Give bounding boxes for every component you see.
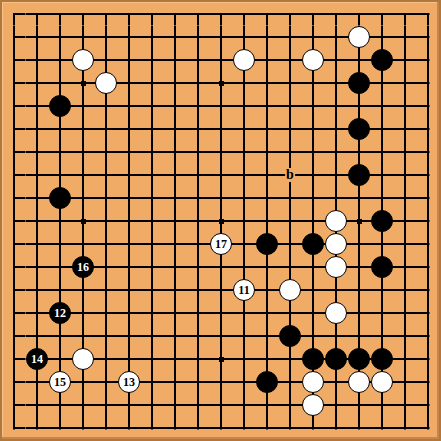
board-intersection[interactable] — [279, 49, 302, 72]
board-intersection[interactable] — [233, 325, 256, 348]
board-intersection[interactable] — [233, 26, 256, 49]
board-intersection[interactable] — [394, 394, 417, 417]
board-intersection[interactable] — [394, 325, 417, 348]
board-intersection[interactable] — [325, 187, 348, 210]
board-intersection[interactable] — [371, 394, 394, 417]
board-intersection[interactable] — [187, 371, 210, 394]
board-intersection[interactable] — [417, 141, 440, 164]
board-intersection[interactable] — [210, 417, 233, 440]
board-intersection[interactable] — [210, 302, 233, 325]
board-intersection[interactable] — [394, 72, 417, 95]
board-intersection[interactable] — [187, 141, 210, 164]
board-intersection[interactable] — [233, 3, 256, 26]
board-intersection[interactable] — [279, 233, 302, 256]
board-intersection[interactable] — [49, 279, 72, 302]
board-intersection[interactable] — [3, 302, 26, 325]
board-intersection[interactable] — [348, 95, 371, 118]
board-intersection[interactable] — [256, 256, 279, 279]
board-intersection[interactable] — [72, 302, 95, 325]
board-intersection[interactable] — [256, 233, 279, 256]
board-intersection[interactable] — [72, 210, 95, 233]
board-intersection[interactable] — [256, 187, 279, 210]
board-intersection[interactable] — [187, 26, 210, 49]
board-intersection[interactable]: 12 — [49, 302, 72, 325]
board-intersection[interactable] — [371, 72, 394, 95]
board-intersection[interactable] — [256, 279, 279, 302]
board-intersection[interactable] — [325, 141, 348, 164]
board-intersection[interactable] — [26, 141, 49, 164]
board-intersection[interactable] — [256, 394, 279, 417]
board-intersection[interactable] — [164, 3, 187, 26]
board-intersection[interactable] — [118, 72, 141, 95]
board-intersection[interactable] — [348, 141, 371, 164]
board-intersection[interactable] — [256, 95, 279, 118]
board-intersection[interactable] — [3, 325, 26, 348]
board-intersection[interactable] — [118, 417, 141, 440]
board-intersection[interactable] — [325, 26, 348, 49]
board-intersection[interactable] — [348, 49, 371, 72]
board-intersection[interactable] — [26, 279, 49, 302]
board-intersection[interactable] — [325, 95, 348, 118]
board-intersection[interactable] — [417, 279, 440, 302]
board-intersection[interactable] — [302, 141, 325, 164]
board-intersection[interactable] — [256, 26, 279, 49]
board-intersection[interactable] — [371, 49, 394, 72]
board-intersection[interactable] — [279, 3, 302, 26]
board-intersection[interactable] — [141, 118, 164, 141]
board-intersection[interactable] — [95, 210, 118, 233]
board-intersection[interactable] — [3, 3, 26, 26]
board-intersection[interactable] — [72, 187, 95, 210]
board-intersection[interactable] — [279, 348, 302, 371]
board-intersection[interactable] — [72, 233, 95, 256]
board-intersection[interactable] — [3, 141, 26, 164]
board-intersection[interactable] — [95, 302, 118, 325]
board-intersection[interactable] — [26, 210, 49, 233]
board-intersection[interactable] — [279, 141, 302, 164]
board-intersection[interactable] — [95, 325, 118, 348]
board-intersection[interactable] — [210, 325, 233, 348]
board-intersection[interactable] — [95, 164, 118, 187]
board-intersection[interactable] — [256, 325, 279, 348]
board-intersection[interactable] — [348, 233, 371, 256]
board-intersection[interactable] — [279, 256, 302, 279]
board-intersection[interactable] — [394, 371, 417, 394]
board-intersection[interactable] — [141, 26, 164, 49]
board-intersection[interactable] — [371, 233, 394, 256]
board-intersection[interactable] — [417, 302, 440, 325]
board-intersection[interactable] — [210, 348, 233, 371]
board-intersection[interactable] — [233, 187, 256, 210]
board-intersection[interactable] — [302, 72, 325, 95]
board-intersection[interactable] — [164, 256, 187, 279]
board-intersection[interactable] — [164, 302, 187, 325]
board-intersection[interactable] — [371, 95, 394, 118]
board-intersection[interactable] — [3, 371, 26, 394]
board-intersection[interactable] — [417, 371, 440, 394]
board-intersection[interactable] — [302, 49, 325, 72]
board-intersection[interactable] — [348, 394, 371, 417]
board-intersection[interactable] — [164, 233, 187, 256]
board-intersection[interactable] — [72, 3, 95, 26]
board-intersection[interactable] — [302, 164, 325, 187]
board-intersection[interactable] — [141, 95, 164, 118]
board-intersection[interactable] — [279, 72, 302, 95]
board-intersection[interactable] — [95, 49, 118, 72]
board-intersection[interactable] — [95, 256, 118, 279]
board-intersection[interactable] — [348, 256, 371, 279]
board-intersection[interactable] — [26, 256, 49, 279]
board-intersection[interactable] — [3, 279, 26, 302]
board-intersection[interactable] — [164, 279, 187, 302]
board-intersection[interactable] — [417, 26, 440, 49]
board-intersection[interactable] — [49, 141, 72, 164]
board-intersection[interactable] — [256, 348, 279, 371]
board-intersection[interactable] — [394, 3, 417, 26]
board-intersection[interactable] — [233, 210, 256, 233]
board-intersection[interactable] — [325, 3, 348, 26]
board-intersection[interactable] — [3, 394, 26, 417]
board-intersection[interactable] — [118, 348, 141, 371]
board-intersection[interactable] — [371, 348, 394, 371]
board-intersection[interactable] — [325, 256, 348, 279]
board-intersection[interactable] — [325, 394, 348, 417]
board-intersection[interactable] — [26, 371, 49, 394]
board-intersection[interactable] — [210, 72, 233, 95]
board-intersection[interactable] — [3, 256, 26, 279]
board-intersection[interactable] — [371, 3, 394, 26]
board-intersection[interactable] — [141, 210, 164, 233]
board-intersection[interactable] — [348, 302, 371, 325]
board-intersection[interactable] — [3, 95, 26, 118]
board-intersection[interactable] — [95, 3, 118, 26]
board-intersection[interactable] — [302, 210, 325, 233]
board-intersection[interactable] — [325, 279, 348, 302]
board-intersection[interactable] — [187, 256, 210, 279]
board-intersection[interactable]: 14 — [26, 348, 49, 371]
board-intersection[interactable] — [26, 164, 49, 187]
board-intersection[interactable] — [233, 141, 256, 164]
board-intersection[interactable] — [417, 72, 440, 95]
board-intersection[interactable] — [210, 394, 233, 417]
board-intersection[interactable] — [187, 348, 210, 371]
board-intersection[interactable] — [394, 141, 417, 164]
board-intersection[interactable] — [95, 95, 118, 118]
board-intersection[interactable] — [233, 417, 256, 440]
board-intersection[interactable] — [49, 26, 72, 49]
board-intersection[interactable] — [302, 3, 325, 26]
board-intersection[interactable] — [256, 3, 279, 26]
board-intersection[interactable] — [279, 95, 302, 118]
board-intersection[interactable] — [49, 3, 72, 26]
board-intersection[interactable] — [95, 118, 118, 141]
board-intersection[interactable] — [187, 118, 210, 141]
board-intersection[interactable] — [302, 394, 325, 417]
board-intersection[interactable] — [394, 302, 417, 325]
board-intersection[interactable] — [26, 325, 49, 348]
board-intersection[interactable] — [371, 279, 394, 302]
board-intersection[interactable] — [187, 302, 210, 325]
board-intersection[interactable] — [141, 3, 164, 26]
board-intersection[interactable] — [210, 371, 233, 394]
board-intersection[interactable] — [325, 325, 348, 348]
board-intersection[interactable] — [141, 49, 164, 72]
board-intersection[interactable] — [279, 210, 302, 233]
board-intersection[interactable] — [302, 325, 325, 348]
board-intersection[interactable] — [279, 26, 302, 49]
board-intersection[interactable] — [210, 3, 233, 26]
board-intersection[interactable] — [348, 164, 371, 187]
board-intersection[interactable] — [72, 26, 95, 49]
board-intersection[interactable] — [95, 141, 118, 164]
board-intersection[interactable] — [348, 26, 371, 49]
board-intersection[interactable] — [164, 187, 187, 210]
board-intersection[interactable] — [394, 187, 417, 210]
board-intersection[interactable] — [72, 417, 95, 440]
board-intersection[interactable] — [325, 233, 348, 256]
board-intersection[interactable] — [417, 325, 440, 348]
board-intersection[interactable] — [348, 187, 371, 210]
board-intersection[interactable] — [371, 141, 394, 164]
board-intersection[interactable] — [210, 187, 233, 210]
board-intersection[interactable] — [302, 256, 325, 279]
board-intersection[interactable] — [26, 302, 49, 325]
board-intersection[interactable] — [417, 210, 440, 233]
board-intersection[interactable] — [141, 348, 164, 371]
board-intersection[interactable] — [49, 210, 72, 233]
board-intersection[interactable] — [210, 49, 233, 72]
board-intersection[interactable] — [279, 187, 302, 210]
board-intersection[interactable] — [118, 302, 141, 325]
board-intersection[interactable] — [417, 164, 440, 187]
board-intersection[interactable] — [394, 256, 417, 279]
board-intersection[interactable] — [49, 72, 72, 95]
board-intersection[interactable] — [348, 210, 371, 233]
board-intersection[interactable] — [95, 348, 118, 371]
board-intersection[interactable] — [187, 72, 210, 95]
board-intersection[interactable] — [3, 118, 26, 141]
board-intersection[interactable] — [187, 394, 210, 417]
board-intersection[interactable] — [417, 187, 440, 210]
board-intersection[interactable] — [141, 72, 164, 95]
board-intersection[interactable] — [49, 164, 72, 187]
board-intersection[interactable] — [187, 210, 210, 233]
board-intersection[interactable] — [371, 417, 394, 440]
board-intersection[interactable]: 13 — [118, 371, 141, 394]
board-intersection[interactable] — [26, 72, 49, 95]
board-intersection[interactable] — [187, 187, 210, 210]
board-intersection[interactable]: b — [279, 164, 302, 187]
board-intersection[interactable] — [348, 118, 371, 141]
board-intersection[interactable] — [371, 187, 394, 210]
board-intersection[interactable] — [394, 233, 417, 256]
board-intersection[interactable] — [118, 210, 141, 233]
board-intersection[interactable]: 11 — [233, 279, 256, 302]
board-intersection[interactable] — [210, 118, 233, 141]
board-intersection[interactable] — [302, 371, 325, 394]
board-intersection[interactable] — [417, 49, 440, 72]
board-intersection[interactable] — [164, 210, 187, 233]
board-intersection[interactable] — [72, 118, 95, 141]
board-intersection[interactable] — [325, 164, 348, 187]
board-intersection[interactable] — [164, 164, 187, 187]
board-intersection[interactable] — [325, 417, 348, 440]
board-intersection[interactable] — [417, 256, 440, 279]
board-intersection[interactable] — [118, 141, 141, 164]
board-intersection[interactable] — [256, 72, 279, 95]
board-intersection[interactable] — [164, 325, 187, 348]
board-intersection[interactable] — [210, 279, 233, 302]
board-intersection[interactable] — [348, 417, 371, 440]
board-intersection[interactable] — [210, 141, 233, 164]
board-intersection[interactable] — [256, 49, 279, 72]
board-intersection[interactable] — [371, 256, 394, 279]
board-intersection[interactable] — [325, 302, 348, 325]
board-intersection[interactable] — [394, 49, 417, 72]
board-intersection[interactable] — [256, 417, 279, 440]
board-intersection[interactable] — [72, 394, 95, 417]
board-intersection[interactable] — [141, 279, 164, 302]
board-intersection[interactable] — [49, 325, 72, 348]
board-intersection[interactable] — [256, 141, 279, 164]
board-intersection[interactable] — [210, 26, 233, 49]
board-intersection[interactable] — [279, 118, 302, 141]
board-intersection[interactable] — [187, 3, 210, 26]
board-intersection[interactable] — [49, 118, 72, 141]
board-intersection[interactable] — [26, 49, 49, 72]
board-intersection[interactable] — [417, 394, 440, 417]
board-intersection[interactable] — [187, 417, 210, 440]
board-intersection[interactable] — [417, 348, 440, 371]
board-intersection[interactable] — [279, 325, 302, 348]
board-intersection[interactable] — [279, 279, 302, 302]
board-intersection[interactable] — [302, 233, 325, 256]
board-intersection[interactable] — [164, 394, 187, 417]
board-intersection[interactable] — [210, 256, 233, 279]
board-intersection[interactable] — [348, 348, 371, 371]
board-intersection[interactable] — [187, 279, 210, 302]
board-intersection[interactable] — [210, 164, 233, 187]
board-intersection[interactable] — [49, 187, 72, 210]
board-intersection[interactable] — [72, 164, 95, 187]
board-intersection[interactable] — [233, 394, 256, 417]
board-intersection[interactable] — [302, 279, 325, 302]
board-intersection[interactable] — [417, 118, 440, 141]
board-intersection[interactable] — [348, 325, 371, 348]
board-intersection[interactable] — [394, 417, 417, 440]
board-intersection[interactable] — [95, 72, 118, 95]
board-intersection[interactable] — [72, 49, 95, 72]
board-intersection[interactable] — [256, 210, 279, 233]
board-intersection[interactable] — [371, 26, 394, 49]
board-intersection[interactable] — [164, 348, 187, 371]
board-intersection[interactable] — [164, 49, 187, 72]
board-intersection[interactable] — [233, 95, 256, 118]
board-intersection[interactable] — [279, 394, 302, 417]
board-intersection[interactable] — [279, 371, 302, 394]
board-intersection[interactable] — [394, 164, 417, 187]
board-intersection[interactable] — [394, 210, 417, 233]
board-intersection[interactable] — [49, 417, 72, 440]
board-intersection[interactable] — [26, 394, 49, 417]
board-intersection[interactable] — [118, 256, 141, 279]
board-intersection[interactable] — [141, 164, 164, 187]
board-intersection[interactable] — [187, 95, 210, 118]
board-intersection[interactable] — [348, 279, 371, 302]
board-intersection[interactable] — [371, 210, 394, 233]
board-intersection[interactable] — [302, 187, 325, 210]
board-intersection[interactable] — [302, 26, 325, 49]
board-intersection[interactable]: 16 — [72, 256, 95, 279]
board-intersection[interactable] — [164, 118, 187, 141]
board-intersection[interactable] — [348, 371, 371, 394]
board-intersection[interactable] — [325, 118, 348, 141]
board-intersection[interactable] — [95, 279, 118, 302]
board-intersection[interactable]: 17 — [210, 233, 233, 256]
board-intersection[interactable] — [233, 49, 256, 72]
board-intersection[interactable] — [256, 371, 279, 394]
board-intersection[interactable] — [141, 302, 164, 325]
board-intersection[interactable] — [210, 95, 233, 118]
board-intersection[interactable] — [233, 233, 256, 256]
board-intersection[interactable] — [417, 233, 440, 256]
board-intersection[interactable] — [325, 49, 348, 72]
board-intersection[interactable] — [72, 325, 95, 348]
board-intersection[interactable] — [417, 3, 440, 26]
board-intersection[interactable] — [72, 348, 95, 371]
board-intersection[interactable] — [302, 417, 325, 440]
board-intersection[interactable] — [95, 417, 118, 440]
board-intersection[interactable] — [49, 233, 72, 256]
point-label-b[interactable]: b — [285, 168, 295, 182]
board-intersection[interactable] — [187, 233, 210, 256]
board-intersection[interactable] — [72, 72, 95, 95]
board-intersection[interactable] — [3, 187, 26, 210]
board-intersection[interactable] — [233, 118, 256, 141]
board-intersection[interactable] — [118, 26, 141, 49]
board-intersection[interactable] — [95, 26, 118, 49]
board-intersection[interactable] — [164, 72, 187, 95]
board-intersection[interactable] — [3, 348, 26, 371]
board-intersection[interactable] — [3, 233, 26, 256]
board-intersection[interactable] — [164, 95, 187, 118]
board-intersection[interactable] — [371, 118, 394, 141]
board-intersection[interactable] — [26, 26, 49, 49]
board-intersection[interactable] — [371, 325, 394, 348]
board-intersection[interactable] — [233, 256, 256, 279]
board-intersection[interactable] — [371, 371, 394, 394]
board-intersection[interactable] — [141, 394, 164, 417]
board-intersection[interactable] — [118, 95, 141, 118]
board-intersection[interactable] — [348, 72, 371, 95]
board-intersection[interactable] — [49, 256, 72, 279]
board-intersection[interactable] — [141, 325, 164, 348]
board-intersection[interactable] — [118, 187, 141, 210]
board-intersection[interactable] — [118, 233, 141, 256]
board-intersection[interactable] — [302, 348, 325, 371]
board-intersection[interactable] — [164, 417, 187, 440]
board-intersection[interactable] — [141, 233, 164, 256]
board-intersection[interactable] — [371, 302, 394, 325]
board-intersection[interactable] — [325, 72, 348, 95]
board-intersection[interactable] — [49, 348, 72, 371]
board-intersection[interactable] — [233, 371, 256, 394]
board-intersection[interactable] — [233, 164, 256, 187]
board-intersection[interactable]: 15 — [49, 371, 72, 394]
board-intersection[interactable] — [187, 164, 210, 187]
board-intersection[interactable] — [164, 26, 187, 49]
board-intersection[interactable] — [348, 3, 371, 26]
